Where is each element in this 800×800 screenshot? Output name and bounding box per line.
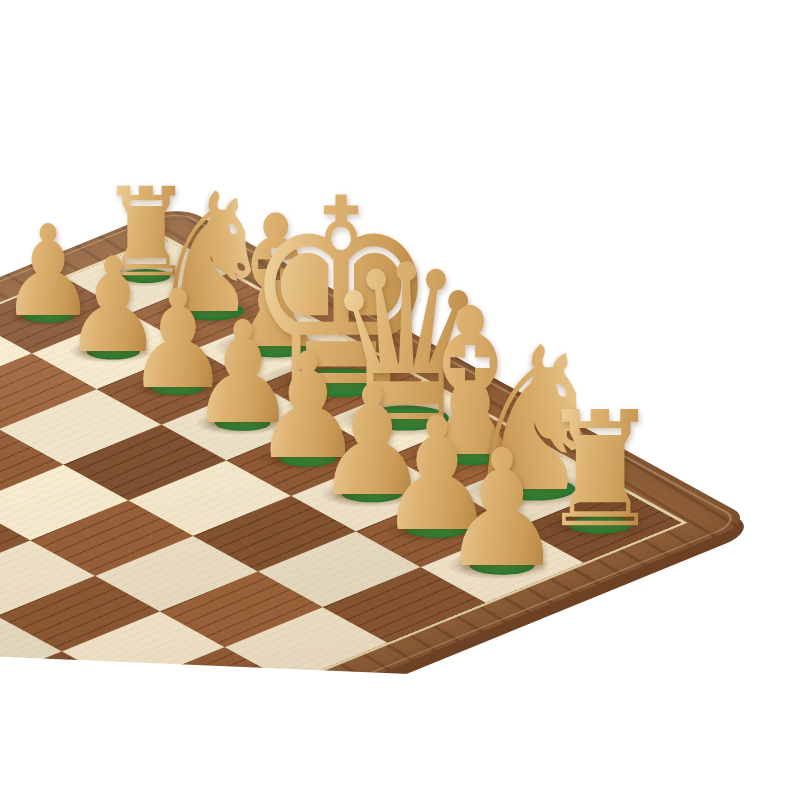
product-photo-canvas: ♜♞♟♝♟♚♟♛♟♝♟♞♟♜♟♟ (0, 0, 800, 800)
photo-crop-mask (0, 656, 800, 800)
